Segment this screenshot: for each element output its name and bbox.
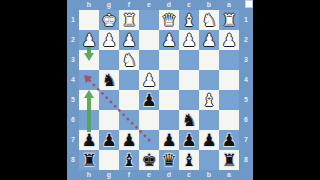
rank-label-3: 3: [67, 50, 79, 70]
rank-label-7: 7: [67, 130, 79, 150]
square-b4[interactable]: [199, 70, 219, 90]
piece-white-bishop-c1[interactable]: ♝: [179, 10, 199, 30]
piece-black-knight-c6[interactable]: ♞: [179, 110, 199, 130]
piece-black-pawn-h7[interactable]: ♟: [79, 130, 99, 150]
file-label-d: d: [159, 170, 179, 180]
piece-white-rook-a1[interactable]: ♜: [219, 10, 239, 30]
square-e2[interactable]: [139, 30, 159, 50]
rank-label-2: 2: [239, 30, 253, 50]
piece-black-king-e8[interactable]: ♚: [139, 150, 159, 170]
file-label-f: f: [119, 0, 139, 10]
square-g3[interactable]: [99, 50, 119, 70]
square-f5[interactable]: [119, 90, 139, 110]
square-e7[interactable]: [139, 130, 159, 150]
square-f6[interactable]: [119, 110, 139, 130]
rank-label-6: 6: [239, 110, 253, 130]
file-label-d: d: [159, 0, 179, 10]
piece-white-knight-b1[interactable]: ♞: [199, 10, 219, 30]
piece-black-queen-d8[interactable]: ♛: [159, 150, 179, 170]
square-e1[interactable]: [139, 10, 159, 30]
piece-white-pawn-e4[interactable]: ♟: [139, 70, 159, 90]
file-label-a: a: [219, 170, 239, 180]
rank-label-1: 1: [239, 10, 253, 30]
square-e3[interactable]: [139, 50, 159, 70]
board-frame: hgfedcba hgfedcba 12345678 12345678 ♚♜♛♝…: [67, 0, 253, 180]
square-d3[interactable]: [159, 50, 179, 70]
piece-white-knight-f3[interactable]: ♞: [119, 50, 139, 70]
file-label-f: f: [119, 170, 139, 180]
square-b3[interactable]: [199, 50, 219, 70]
square-h6[interactable]: [79, 110, 99, 130]
piece-white-pawn-g2[interactable]: ♟: [99, 30, 119, 50]
rank-label-6: 6: [67, 110, 79, 130]
piece-white-pawn-h2[interactable]: ♟: [79, 30, 99, 50]
screen: hgfedcba hgfedcba 12345678 12345678 ♚♜♛♝…: [0, 0, 320, 180]
rank-label-7: 7: [239, 130, 253, 150]
file-label-c: c: [179, 170, 199, 180]
file-label-h: h: [79, 0, 99, 10]
piece-white-pawn-f2[interactable]: ♟: [119, 30, 139, 50]
square-g5[interactable]: [99, 90, 119, 110]
rank-label-2: 2: [67, 30, 79, 50]
square-d6[interactable]: [159, 110, 179, 130]
rank-label-1: 1: [67, 10, 79, 30]
rank-label-5: 5: [239, 90, 253, 110]
square-g6[interactable]: [99, 110, 119, 130]
piece-white-pawn-a2[interactable]: ♟: [219, 30, 239, 50]
square-e6[interactable]: [139, 110, 159, 130]
piece-white-pawn-b2[interactable]: ♟: [199, 30, 219, 50]
chess-board[interactable]: ♚♜♛♝♞♜♟♟♟♟♟♟♟♞♞♟♟♝♞♟♟♟♟♟♟♟♜♝♚♛♝♜: [79, 10, 239, 170]
file-label-g: g: [99, 0, 119, 10]
file-label-c: c: [179, 0, 199, 10]
square-d5[interactable]: [159, 90, 179, 110]
piece-black-knight-g4[interactable]: ♞: [99, 70, 119, 90]
square-h4[interactable]: [79, 70, 99, 90]
piece-black-bishop-c8[interactable]: ♝: [179, 150, 199, 170]
square-b6[interactable]: [199, 110, 219, 130]
file-label-b: b: [199, 0, 219, 10]
file-label-g: g: [99, 170, 119, 180]
piece-black-pawn-b7[interactable]: ♟: [199, 130, 219, 150]
square-h5[interactable]: [79, 90, 99, 110]
piece-white-king-g1[interactable]: ♚: [99, 10, 119, 30]
piece-white-rook-f1[interactable]: ♜: [119, 10, 139, 30]
rank-label-4: 4: [67, 70, 79, 90]
square-a4[interactable]: [219, 70, 239, 90]
square-g8[interactable]: [99, 150, 119, 170]
piece-black-pawn-c7[interactable]: ♟: [179, 130, 199, 150]
piece-white-pawn-c2[interactable]: ♟: [179, 30, 199, 50]
file-label-a: a: [219, 0, 239, 10]
piece-black-rook-a8[interactable]: ♜: [219, 150, 239, 170]
piece-black-pawn-f7[interactable]: ♟: [119, 130, 139, 150]
rank-label-3: 3: [239, 50, 253, 70]
rank-label-8: 8: [239, 150, 253, 170]
file-label-e: e: [139, 170, 159, 180]
square-c4[interactable]: [179, 70, 199, 90]
square-h1[interactable]: [79, 10, 99, 30]
rank-label-8: 8: [67, 150, 79, 170]
piece-black-pawn-d7[interactable]: ♟: [159, 130, 179, 150]
square-h3[interactable]: [79, 50, 99, 70]
square-c3[interactable]: [179, 50, 199, 70]
square-a3[interactable]: [219, 50, 239, 70]
square-d4[interactable]: [159, 70, 179, 90]
piece-white-queen-d1[interactable]: ♛: [159, 10, 179, 30]
piece-black-pawn-e5[interactable]: ♟: [139, 90, 159, 110]
file-label-b: b: [199, 170, 219, 180]
board-marker-icon[interactable]: [245, 0, 253, 8]
square-b8[interactable]: [199, 150, 219, 170]
file-label-e: e: [139, 0, 159, 10]
file-label-h: h: [79, 170, 99, 180]
rank-label-5: 5: [67, 90, 79, 110]
square-a5[interactable]: [219, 90, 239, 110]
piece-black-bishop-f8[interactable]: ♝: [119, 150, 139, 170]
square-c5[interactable]: [179, 90, 199, 110]
square-a6[interactable]: [219, 110, 239, 130]
piece-white-bishop-b5[interactable]: ♝: [199, 90, 219, 110]
rank-label-4: 4: [239, 70, 253, 90]
piece-black-pawn-a7[interactable]: ♟: [219, 130, 239, 150]
piece-white-pawn-d2[interactable]: ♟: [159, 30, 179, 50]
square-f4[interactable]: [119, 70, 139, 90]
piece-black-rook-h8[interactable]: ♜: [79, 150, 99, 170]
piece-black-pawn-g7[interactable]: ♟: [99, 130, 119, 150]
